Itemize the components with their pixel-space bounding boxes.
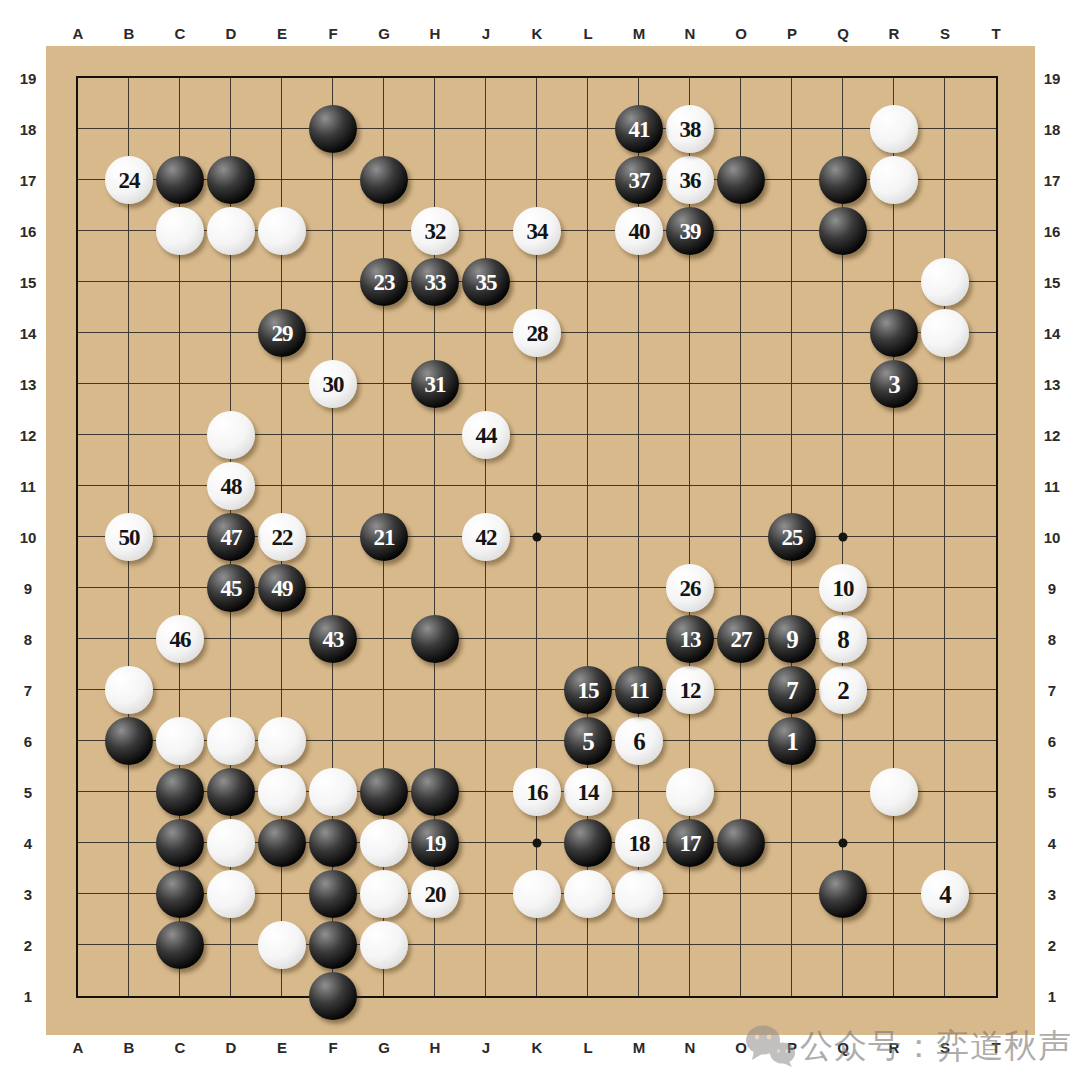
move-number: 1 [786,729,798,754]
move-number: 9 [786,627,798,652]
stone-white-d3 [207,870,255,918]
move-number: 11 [629,679,649,702]
stone-white-j10-move-42: 42 [462,513,510,561]
move-number: 46 [170,628,191,651]
move-number: 12 [680,679,701,702]
column-label-bottom-t: T [991,1040,1000,1055]
stone-black-e9-move-49: 49 [258,564,306,612]
stone-black-g17 [360,156,408,204]
column-label-top-c: C [175,26,186,41]
row-label-left-2: 2 [24,938,32,953]
stone-white-m4-move-18: 18 [615,819,663,867]
stone-white-m3 [615,870,663,918]
move-number: 17 [680,832,701,855]
move-number: 50 [119,526,140,549]
stone-white-b10-move-50: 50 [105,513,153,561]
row-label-left-4: 4 [24,836,32,851]
move-number: 2 [837,678,849,703]
stone-black-m18-move-41: 41 [615,105,663,153]
stone-white-m6-move-6: 6 [615,717,663,765]
column-label-top-e: E [277,26,287,41]
column-label-top-h: H [430,26,441,41]
row-label-right-11: 11 [1044,479,1060,494]
stone-white-r5 [870,768,918,816]
column-label-bottom-h: H [430,1040,441,1055]
column-label-bottom-p: P [787,1040,797,1055]
row-label-left-8: 8 [24,632,32,647]
stone-white-e5 [258,768,306,816]
column-label-bottom-a: A [73,1040,84,1055]
stone-white-b17-move-24: 24 [105,156,153,204]
stone-black-r13-move-3: 3 [870,360,918,408]
move-number: 48 [221,475,242,498]
column-label-bottom-f: F [328,1040,337,1055]
stone-white-k14-move-28: 28 [513,309,561,357]
stone-black-c5 [156,768,204,816]
stone-white-d4 [207,819,255,867]
stone-white-k5-move-16: 16 [513,768,561,816]
stone-white-l3 [564,870,612,918]
column-label-bottom-k: K [532,1040,543,1055]
move-number: 3 [888,372,900,397]
row-label-right-16: 16 [1044,224,1061,239]
row-label-right-6: 6 [1048,734,1056,749]
move-number: 16 [527,781,548,804]
stone-black-o17 [717,156,765,204]
column-label-top-p: P [787,26,797,41]
stone-black-g15-move-23: 23 [360,258,408,306]
stone-white-d16 [207,207,255,255]
stone-white-c8-move-46: 46 [156,615,204,663]
column-label-bottom-g: G [378,1040,390,1055]
column-label-top-d: D [226,26,237,41]
stone-white-h3-move-20: 20 [411,870,459,918]
row-label-left-7: 7 [24,683,32,698]
stone-white-k3 [513,870,561,918]
column-label-top-f: F [328,26,337,41]
stone-white-n7-move-12: 12 [666,666,714,714]
move-number: 24 [119,169,140,192]
stone-white-q7-move-2: 2 [819,666,867,714]
move-number: 22 [272,526,293,549]
stone-white-f5 [309,768,357,816]
stone-white-e6 [258,717,306,765]
move-number: 27 [731,628,752,651]
stone-white-l5-move-14: 14 [564,768,612,816]
row-label-left-5: 5 [24,785,32,800]
move-number: 33 [425,271,446,294]
stone-black-q17 [819,156,867,204]
stone-black-r14 [870,309,918,357]
row-label-left-17: 17 [20,173,37,188]
column-label-top-l: L [583,26,592,41]
row-label-left-6: 6 [24,734,32,749]
move-number: 5 [582,729,594,754]
column-label-bottom-s: S [940,1040,950,1055]
stone-black-q16 [819,207,867,255]
column-label-top-s: S [940,26,950,41]
move-number: 38 [680,118,701,141]
column-label-top-a: A [73,26,84,41]
column-label-top-b: B [124,26,135,41]
stone-black-p10-move-25: 25 [768,513,816,561]
stone-black-b6 [105,717,153,765]
stone-white-s3-move-4: 4 [921,870,969,918]
stone-black-c3 [156,870,204,918]
move-number: 26 [680,577,701,600]
column-label-top-t: T [991,26,1000,41]
stone-black-g5 [360,768,408,816]
column-label-top-g: G [378,26,390,41]
column-label-bottom-b: B [124,1040,135,1055]
stone-black-c2 [156,921,204,969]
row-label-left-12: 12 [20,428,37,443]
column-label-bottom-j: J [482,1040,490,1055]
row-label-right-14: 14 [1044,326,1061,341]
move-number: 41 [629,118,650,141]
stone-black-n4-move-17: 17 [666,819,714,867]
stone-white-q9-move-10: 10 [819,564,867,612]
move-number: 31 [425,373,446,396]
row-label-left-16: 16 [20,224,37,239]
stone-black-f18 [309,105,357,153]
stone-black-g10-move-21: 21 [360,513,408,561]
stone-white-n5 [666,768,714,816]
move-number: 6 [633,729,645,754]
stone-white-s14 [921,309,969,357]
move-number: 42 [476,526,497,549]
row-label-left-18: 18 [20,122,37,137]
star-point-k4 [533,839,542,848]
move-number: 39 [680,220,701,243]
stone-black-p8-move-9: 9 [768,615,816,663]
stone-white-q8-move-8: 8 [819,615,867,663]
row-label-left-1: 1 [24,989,32,1004]
column-label-bottom-e: E [277,1040,287,1055]
stone-black-l7-move-15: 15 [564,666,612,714]
stone-black-h13-move-31: 31 [411,360,459,408]
stone-white-h16-move-32: 32 [411,207,459,255]
move-number: 15 [578,679,599,702]
row-label-right-8: 8 [1048,632,1056,647]
move-number: 23 [374,271,395,294]
stone-black-f4 [309,819,357,867]
row-label-right-10: 10 [1044,530,1061,545]
move-number: 36 [680,169,701,192]
star-point-q10 [839,533,848,542]
column-label-top-q: Q [837,26,849,41]
row-label-left-11: 11 [20,479,36,494]
move-number: 13 [680,628,701,651]
stone-black-n16-move-39: 39 [666,207,714,255]
stone-black-l6-move-5: 5 [564,717,612,765]
column-label-bottom-d: D [226,1040,237,1055]
column-label-bottom-q: Q [837,1040,849,1055]
stone-white-k16-move-34: 34 [513,207,561,255]
row-label-left-10: 10 [20,530,37,545]
stone-black-f3 [309,870,357,918]
stone-white-d12 [207,411,255,459]
row-label-right-12: 12 [1044,428,1061,443]
row-label-right-9: 9 [1048,581,1056,596]
stone-black-h15-move-33: 33 [411,258,459,306]
row-label-right-19: 19 [1044,71,1061,86]
stone-black-o4 [717,819,765,867]
stone-white-e2 [258,921,306,969]
row-label-left-9: 9 [24,581,32,596]
stone-white-b7 [105,666,153,714]
column-label-bottom-l: L [583,1040,592,1055]
column-label-top-m: M [633,26,646,41]
move-number: 19 [425,832,446,855]
stone-black-p7-move-7: 7 [768,666,816,714]
row-label-right-3: 3 [1048,887,1056,902]
move-number: 44 [476,424,497,447]
stone-black-n8-move-13: 13 [666,615,714,663]
move-number: 20 [425,883,446,906]
column-label-top-n: N [685,26,696,41]
row-label-left-19: 19 [20,71,37,86]
stone-black-c17 [156,156,204,204]
star-point-q4 [839,839,848,848]
stone-black-o8-move-27: 27 [717,615,765,663]
move-number: 7 [786,678,798,703]
move-number: 32 [425,220,446,243]
move-number: 8 [837,627,849,652]
stone-black-h5 [411,768,459,816]
row-label-right-15: 15 [1044,275,1061,290]
move-number: 29 [272,322,293,345]
stone-black-j15-move-35: 35 [462,258,510,306]
stone-black-c4 [156,819,204,867]
column-label-bottom-r: R [889,1040,900,1055]
stone-white-r18 [870,105,918,153]
column-label-bottom-m: M [633,1040,646,1055]
move-number: 18 [629,832,650,855]
stone-black-m7-move-11: 11 [615,666,663,714]
move-number: 30 [323,373,344,396]
stone-black-e4 [258,819,306,867]
move-number: 45 [221,577,242,600]
column-label-bottom-c: C [175,1040,186,1055]
stone-black-l4 [564,819,612,867]
row-label-right-18: 18 [1044,122,1061,137]
row-label-left-3: 3 [24,887,32,902]
row-label-right-5: 5 [1048,785,1056,800]
stone-black-d10-move-47: 47 [207,513,255,561]
row-label-right-1: 1 [1048,989,1056,1004]
stone-white-g2 [360,921,408,969]
stone-black-f1 [309,972,357,1020]
stone-white-m16-move-40: 40 [615,207,663,255]
stone-black-f8-move-43: 43 [309,615,357,663]
stone-black-h4-move-19: 19 [411,819,459,867]
move-number: 28 [527,322,548,345]
stone-black-p6-move-1: 1 [768,717,816,765]
stone-white-g3 [360,870,408,918]
stone-black-q3 [819,870,867,918]
move-number: 35 [476,271,497,294]
move-number: 34 [527,220,548,243]
row-label-right-2: 2 [1048,938,1056,953]
row-label-right-13: 13 [1044,377,1061,392]
go-board[interactable]: 1234567891011121314151617181920212223242… [78,78,996,996]
row-label-left-14: 14 [20,326,37,341]
move-number: 37 [629,169,650,192]
stone-black-m17-move-37: 37 [615,156,663,204]
move-number: 21 [374,526,395,549]
column-label-top-o: O [735,26,747,41]
column-label-top-j: J [482,26,490,41]
stone-white-n17-move-36: 36 [666,156,714,204]
stone-black-h8 [411,615,459,663]
row-label-left-13: 13 [20,377,37,392]
move-number: 43 [323,628,344,651]
stone-white-g4 [360,819,408,867]
stone-black-d17 [207,156,255,204]
move-number: 10 [833,577,854,600]
column-label-top-k: K [532,26,543,41]
move-number: 40 [629,220,650,243]
stone-white-e16 [258,207,306,255]
stone-white-d6 [207,717,255,765]
move-number: 14 [578,781,599,804]
stone-white-s15 [921,258,969,306]
row-label-right-17: 17 [1044,173,1061,188]
move-number: 49 [272,577,293,600]
stone-white-n18-move-38: 38 [666,105,714,153]
row-label-right-4: 4 [1048,836,1056,851]
column-label-bottom-o: O [735,1040,747,1055]
stone-white-r17 [870,156,918,204]
stone-white-d11-move-48: 48 [207,462,255,510]
row-label-right-7: 7 [1048,683,1056,698]
stone-black-e14-move-29: 29 [258,309,306,357]
stone-white-e10-move-22: 22 [258,513,306,561]
star-point-k10 [533,533,542,542]
row-label-left-15: 15 [20,275,37,290]
move-number: 4 [939,882,951,907]
stone-white-j12-move-44: 44 [462,411,510,459]
stone-white-f13-move-30: 30 [309,360,357,408]
stone-white-c6 [156,717,204,765]
stone-white-c16 [156,207,204,255]
stone-black-f2 [309,921,357,969]
column-label-top-r: R [889,26,900,41]
stone-black-d5 [207,768,255,816]
move-number: 47 [221,526,242,549]
move-number: 25 [782,526,803,549]
stone-white-n9-move-26: 26 [666,564,714,612]
stone-black-d9-move-45: 45 [207,564,255,612]
column-label-bottom-n: N [685,1040,696,1055]
